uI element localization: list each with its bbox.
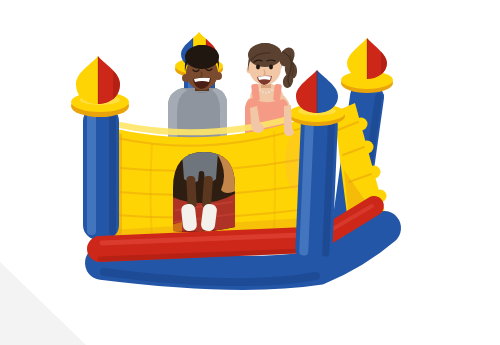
girl-eye-left	[256, 65, 260, 70]
boy-leg-left	[186, 176, 197, 208]
girl-necklace-bead	[268, 91, 270, 93]
girl-hand-right	[284, 128, 294, 136]
side-wall-scallop	[355, 118, 368, 131]
tower-front-left-pillar-shade	[109, 111, 116, 235]
bounce-castle-illustration	[0, 0, 500, 345]
girl-necklace-bead	[259, 89, 261, 91]
girl-eye-right	[269, 65, 273, 70]
girl-hand-left	[252, 123, 264, 133]
tower-front-right-pillar-group	[295, 111, 339, 262]
girl-necklace-bead	[265, 92, 267, 94]
girl-necklace-bead	[262, 91, 264, 93]
girl-necklace-bead	[271, 89, 273, 91]
arch-doorway	[168, 152, 238, 236]
tower-front-left-pillar-highlight	[87, 111, 96, 235]
side-wall-scallop	[368, 166, 381, 179]
product-photo	[0, 0, 500, 345]
